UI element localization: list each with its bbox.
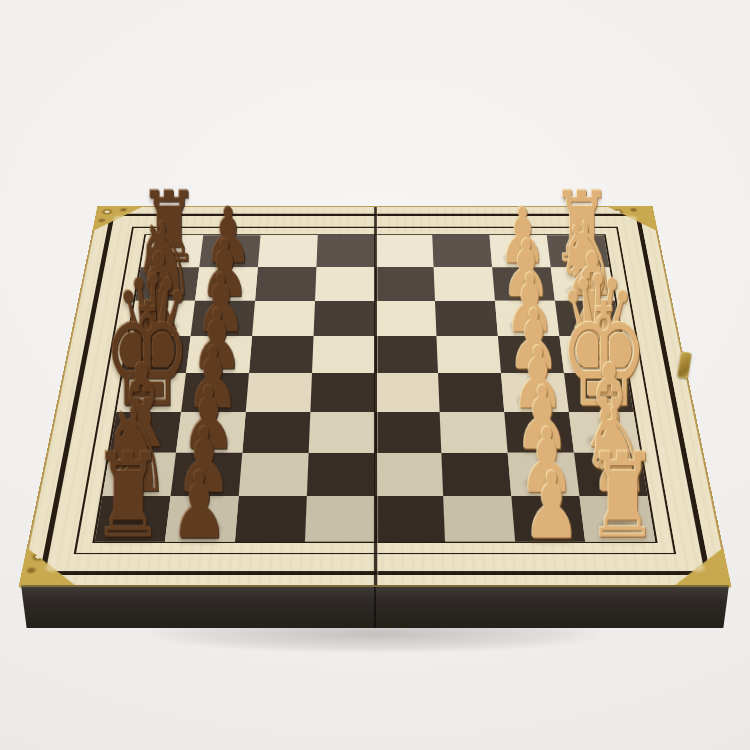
square[interactable] [375,267,435,301]
board-grid[interactable]: ♜♟♟♜♞♟♟♞♝♟♟♝♛♟♟♛♚♟♟♚♝♟♟♝♞♟♟♞♜♟♟♜ [92,234,657,543]
square[interactable] [249,336,314,373]
piece-white-rook[interactable]: ♜ [586,438,658,554]
square[interactable] [239,453,309,496]
square[interactable] [432,235,492,267]
square[interactable] [434,267,495,301]
square[interactable]: ♟ [511,496,585,542]
square[interactable] [375,301,436,336]
piece-black-pawn[interactable]: ♟ [170,460,228,552]
corner-ornament-bottom-right [665,548,731,588]
square[interactable] [307,453,375,496]
square[interactable] [375,373,440,412]
square[interactable] [316,235,375,267]
square[interactable] [375,412,441,453]
square[interactable] [252,301,315,336]
square[interactable] [443,496,515,542]
square[interactable] [375,453,443,496]
photo-backdrop: ♜♟♟♜♞♟♟♞♝♟♟♝♛♟♟♛♚♟♟♚♝♟♟♝♞♟♟♞♜♟♟♜ [0,0,750,750]
square[interactable] [312,336,375,373]
square[interactable] [255,267,316,301]
piece-black-rook[interactable]: ♜ [92,438,164,554]
square[interactable] [440,412,508,453]
box-front-side [21,585,729,628]
square[interactable]: ♜ [95,496,171,542]
square[interactable] [310,373,375,412]
square[interactable] [309,412,375,453]
square[interactable] [246,373,312,412]
square[interactable] [436,336,501,373]
piece-white-pawn[interactable]: ♟ [522,460,580,552]
square[interactable]: ♟ [165,496,239,542]
square[interactable] [375,496,445,542]
square[interactable] [441,453,511,496]
corner-ornament-bottom-left [19,548,85,588]
square[interactable] [438,373,504,412]
square[interactable]: ♜ [579,496,655,542]
square[interactable] [375,336,438,373]
square[interactable] [375,235,434,267]
chessboard[interactable]: ♜♟♟♜♞♟♟♞♝♟♟♝♛♟♟♛♚♟♟♚♝♟♟♝♞♟♟♞♜♟♟♜ [21,207,729,586]
square[interactable] [314,301,375,336]
square[interactable] [305,496,375,542]
square[interactable] [235,496,307,542]
square[interactable] [242,412,310,453]
square[interactable] [258,235,318,267]
square[interactable] [435,301,498,336]
square[interactable] [315,267,375,301]
